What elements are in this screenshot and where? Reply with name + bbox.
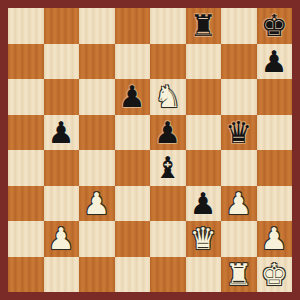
square-h1[interactable]: ♚ bbox=[257, 257, 293, 293]
square-h6[interactable] bbox=[257, 79, 293, 115]
square-g1[interactable]: ♜ bbox=[221, 257, 257, 293]
square-g8[interactable] bbox=[221, 8, 257, 44]
square-f3[interactable]: ♟ bbox=[186, 186, 222, 222]
square-e7[interactable] bbox=[150, 44, 186, 80]
square-g4[interactable] bbox=[221, 150, 257, 186]
square-e2[interactable] bbox=[150, 221, 186, 257]
square-d4[interactable] bbox=[115, 150, 151, 186]
square-c8[interactable] bbox=[79, 8, 115, 44]
square-d7[interactable] bbox=[115, 44, 151, 80]
square-g6[interactable] bbox=[221, 79, 257, 115]
square-g7[interactable] bbox=[221, 44, 257, 80]
white-king[interactable]: ♚ bbox=[261, 257, 288, 292]
square-b5[interactable]: ♟ bbox=[44, 115, 80, 151]
black-pawn[interactable]: ♟ bbox=[119, 79, 146, 114]
white-rook[interactable]: ♜ bbox=[225, 257, 252, 292]
square-e8[interactable] bbox=[150, 8, 186, 44]
white-queen[interactable]: ♛ bbox=[190, 221, 217, 256]
square-a3[interactable] bbox=[8, 186, 44, 222]
square-c6[interactable] bbox=[79, 79, 115, 115]
chess-board: ♜♚♟♟♞♟♟♛♝♟♟♟♟♛♟♜♚ bbox=[8, 8, 292, 292]
black-pawn[interactable]: ♟ bbox=[190, 186, 217, 221]
square-a6[interactable] bbox=[8, 79, 44, 115]
square-b3[interactable] bbox=[44, 186, 80, 222]
square-b8[interactable] bbox=[44, 8, 80, 44]
square-h2[interactable]: ♟ bbox=[257, 221, 293, 257]
black-queen[interactable]: ♛ bbox=[225, 115, 252, 150]
square-b4[interactable] bbox=[44, 150, 80, 186]
square-f6[interactable] bbox=[186, 79, 222, 115]
square-e6[interactable]: ♞ bbox=[150, 79, 186, 115]
square-c4[interactable] bbox=[79, 150, 115, 186]
square-h4[interactable] bbox=[257, 150, 293, 186]
square-c2[interactable] bbox=[79, 221, 115, 257]
square-g3[interactable]: ♟ bbox=[221, 186, 257, 222]
square-c1[interactable] bbox=[79, 257, 115, 293]
square-c7[interactable] bbox=[79, 44, 115, 80]
square-b7[interactable] bbox=[44, 44, 80, 80]
black-king[interactable]: ♚ bbox=[261, 8, 288, 43]
square-a5[interactable] bbox=[8, 115, 44, 151]
square-e4[interactable]: ♝ bbox=[150, 150, 186, 186]
square-d2[interactable] bbox=[115, 221, 151, 257]
square-a8[interactable] bbox=[8, 8, 44, 44]
square-a2[interactable] bbox=[8, 221, 44, 257]
square-d6[interactable]: ♟ bbox=[115, 79, 151, 115]
square-h7[interactable]: ♟ bbox=[257, 44, 293, 80]
square-f4[interactable] bbox=[186, 150, 222, 186]
square-f7[interactable] bbox=[186, 44, 222, 80]
square-d5[interactable] bbox=[115, 115, 151, 151]
black-pawn[interactable]: ♟ bbox=[261, 44, 288, 79]
white-pawn[interactable]: ♟ bbox=[83, 186, 110, 221]
black-rook[interactable]: ♜ bbox=[190, 8, 217, 43]
square-f8[interactable]: ♜ bbox=[186, 8, 222, 44]
white-knight[interactable]: ♞ bbox=[154, 79, 181, 114]
black-bishop[interactable]: ♝ bbox=[154, 150, 181, 185]
square-e5[interactable]: ♟ bbox=[150, 115, 186, 151]
square-d1[interactable] bbox=[115, 257, 151, 293]
square-h3[interactable] bbox=[257, 186, 293, 222]
black-pawn[interactable]: ♟ bbox=[48, 115, 75, 150]
square-a7[interactable] bbox=[8, 44, 44, 80]
white-pawn[interactable]: ♟ bbox=[261, 221, 288, 256]
square-b1[interactable] bbox=[44, 257, 80, 293]
square-c5[interactable] bbox=[79, 115, 115, 151]
square-g2[interactable] bbox=[221, 221, 257, 257]
square-h8[interactable]: ♚ bbox=[257, 8, 293, 44]
white-pawn[interactable]: ♟ bbox=[225, 186, 252, 221]
square-f2[interactable]: ♛ bbox=[186, 221, 222, 257]
square-h5[interactable] bbox=[257, 115, 293, 151]
white-pawn[interactable]: ♟ bbox=[48, 221, 75, 256]
square-e1[interactable] bbox=[150, 257, 186, 293]
square-f1[interactable] bbox=[186, 257, 222, 293]
square-d3[interactable] bbox=[115, 186, 151, 222]
square-a4[interactable] bbox=[8, 150, 44, 186]
black-pawn[interactable]: ♟ bbox=[154, 115, 181, 150]
square-f5[interactable] bbox=[186, 115, 222, 151]
square-e3[interactable] bbox=[150, 186, 186, 222]
square-b2[interactable]: ♟ bbox=[44, 221, 80, 257]
square-a1[interactable] bbox=[8, 257, 44, 293]
board-frame: ♜♚♟♟♞♟♟♛♝♟♟♟♟♛♟♜♚ bbox=[0, 0, 300, 300]
square-d8[interactable] bbox=[115, 8, 151, 44]
square-g5[interactable]: ♛ bbox=[221, 115, 257, 151]
square-c3[interactable]: ♟ bbox=[79, 186, 115, 222]
square-b6[interactable] bbox=[44, 79, 80, 115]
